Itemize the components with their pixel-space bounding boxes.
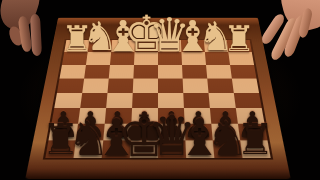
left-hand-finger [30, 14, 42, 56]
left-hand [0, 0, 70, 80]
right-hand [245, 0, 320, 95]
video-frame: ♜♞♝♚♛♝♞♜♟♟♟♟♟♟♟♟♜♞♝♚♛♝♞♜ [0, 0, 320, 180]
piece-black-rook-a8[interactable]: ♜ [236, 119, 274, 161]
